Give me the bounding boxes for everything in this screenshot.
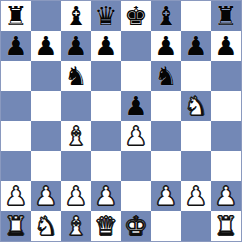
piece-white-rook-a1[interactable]: ♜: [4, 211, 27, 241]
square-a4[interactable]: [1, 121, 31, 151]
piece-white-knight-g5[interactable]: ♞: [184, 91, 207, 121]
square-b2[interactable]: ♟: [31, 181, 61, 211]
square-g8[interactable]: [181, 1, 211, 31]
piece-black-rook-h8[interactable]: ♜: [214, 1, 237, 31]
square-c2[interactable]: ♟: [61, 181, 91, 211]
square-e1[interactable]: ♚: [121, 211, 151, 241]
square-d8[interactable]: ♛: [91, 1, 121, 31]
square-h5[interactable]: [211, 91, 241, 121]
square-b4[interactable]: [31, 121, 61, 151]
square-f7[interactable]: ♟: [151, 31, 181, 61]
square-a7[interactable]: ♟: [1, 31, 31, 61]
square-e3[interactable]: [121, 151, 151, 181]
square-g2[interactable]: ♟: [181, 181, 211, 211]
square-e8[interactable]: ♚: [121, 1, 151, 31]
piece-black-bishop-c8[interactable]: ♝: [64, 1, 87, 31]
square-b5[interactable]: [31, 91, 61, 121]
square-a1[interactable]: ♜: [1, 211, 31, 241]
square-d2[interactable]: ♟: [91, 181, 121, 211]
square-e5[interactable]: ♟: [121, 91, 151, 121]
piece-black-pawn-c7[interactable]: ♟: [64, 31, 87, 61]
square-f1[interactable]: [151, 211, 181, 241]
square-g7[interactable]: ♟: [181, 31, 211, 61]
square-h6[interactable]: [211, 61, 241, 91]
piece-black-king-e8[interactable]: ♚: [124, 1, 147, 31]
square-h3[interactable]: [211, 151, 241, 181]
square-h2[interactable]: ♟: [211, 181, 241, 211]
piece-white-pawn-g2[interactable]: ♟: [184, 181, 207, 211]
square-b3[interactable]: [31, 151, 61, 181]
square-d1[interactable]: ♛: [91, 211, 121, 241]
square-g1[interactable]: [181, 211, 211, 241]
piece-white-pawn-f2[interactable]: ♟: [154, 181, 177, 211]
piece-white-pawn-a2[interactable]: ♟: [4, 181, 27, 211]
piece-white-knight-b1[interactable]: ♞: [34, 211, 57, 241]
square-b1[interactable]: ♞: [31, 211, 61, 241]
square-a2[interactable]: ♟: [1, 181, 31, 211]
square-c1[interactable]: ♝: [61, 211, 91, 241]
square-f8[interactable]: ♝: [151, 1, 181, 31]
piece-black-bishop-f8[interactable]: ♝: [154, 1, 177, 31]
square-e4[interactable]: ♟: [121, 121, 151, 151]
square-d5[interactable]: [91, 91, 121, 121]
square-f3[interactable]: [151, 151, 181, 181]
square-d6[interactable]: [91, 61, 121, 91]
square-c6[interactable]: ♞: [61, 61, 91, 91]
square-c7[interactable]: ♟: [61, 31, 91, 61]
piece-black-knight-c6[interactable]: ♞: [64, 61, 87, 91]
square-g5[interactable]: ♞: [181, 91, 211, 121]
piece-white-pawn-h2[interactable]: ♟: [214, 181, 237, 211]
piece-black-pawn-b7[interactable]: ♟: [34, 31, 57, 61]
square-e2[interactable]: [121, 181, 151, 211]
square-c5[interactable]: [61, 91, 91, 121]
piece-white-rook-h1[interactable]: ♜: [214, 211, 237, 241]
square-c3[interactable]: [61, 151, 91, 181]
square-f5[interactable]: [151, 91, 181, 121]
piece-black-rook-a8[interactable]: ♜: [4, 1, 27, 31]
piece-white-pawn-d2[interactable]: ♟: [94, 181, 117, 211]
chess-board: ♜♝♛♚♝♜♟♟♟♟♟♟♟♞♞♟♞♝♟♟♟♟♟♟♟♟♜♞♝♛♚♜: [0, 0, 242, 242]
piece-white-pawn-b2[interactable]: ♟: [34, 181, 57, 211]
square-a8[interactable]: ♜: [1, 1, 31, 31]
square-a3[interactable]: [1, 151, 31, 181]
square-g6[interactable]: [181, 61, 211, 91]
piece-black-pawn-a7[interactable]: ♟: [4, 31, 27, 61]
square-b6[interactable]: [31, 61, 61, 91]
square-f6[interactable]: ♞: [151, 61, 181, 91]
piece-white-pawn-e4[interactable]: ♟: [124, 121, 147, 151]
square-c8[interactable]: ♝: [61, 1, 91, 31]
piece-white-king-e1[interactable]: ♚: [124, 211, 147, 241]
piece-white-bishop-c1[interactable]: ♝: [64, 211, 87, 241]
square-a5[interactable]: [1, 91, 31, 121]
chess-board-container: ♜♝♛♚♝♜♟♟♟♟♟♟♟♞♞♟♞♝♟♟♟♟♟♟♟♟♜♞♝♛♚♜: [0, 0, 242, 242]
piece-black-pawn-f7[interactable]: ♟: [154, 31, 177, 61]
square-g4[interactable]: [181, 121, 211, 151]
square-d3[interactable]: [91, 151, 121, 181]
piece-black-pawn-d7[interactable]: ♟: [94, 31, 117, 61]
square-h1[interactable]: ♜: [211, 211, 241, 241]
square-h8[interactable]: ♜: [211, 1, 241, 31]
piece-white-pawn-c2[interactable]: ♟: [64, 181, 87, 211]
square-d4[interactable]: [91, 121, 121, 151]
square-h4[interactable]: [211, 121, 241, 151]
square-g3[interactable]: [181, 151, 211, 181]
square-e6[interactable]: [121, 61, 151, 91]
square-d7[interactable]: ♟: [91, 31, 121, 61]
piece-white-queen-d1[interactable]: ♛: [94, 211, 117, 241]
square-b8[interactable]: [31, 1, 61, 31]
square-f4[interactable]: [151, 121, 181, 151]
piece-black-knight-f6[interactable]: ♞: [154, 61, 177, 91]
piece-black-pawn-g7[interactable]: ♟: [184, 31, 207, 61]
square-e7[interactable]: [121, 31, 151, 61]
square-a6[interactable]: [1, 61, 31, 91]
square-b7[interactable]: ♟: [31, 31, 61, 61]
piece-black-pawn-e5[interactable]: ♟: [124, 91, 147, 121]
piece-white-bishop-c4[interactable]: ♝: [64, 121, 87, 151]
piece-black-pawn-h7[interactable]: ♟: [214, 31, 237, 61]
square-f2[interactable]: ♟: [151, 181, 181, 211]
piece-black-queen-d8[interactable]: ♛: [94, 1, 117, 31]
square-h7[interactable]: ♟: [211, 31, 241, 61]
square-c4[interactable]: ♝: [61, 121, 91, 151]
